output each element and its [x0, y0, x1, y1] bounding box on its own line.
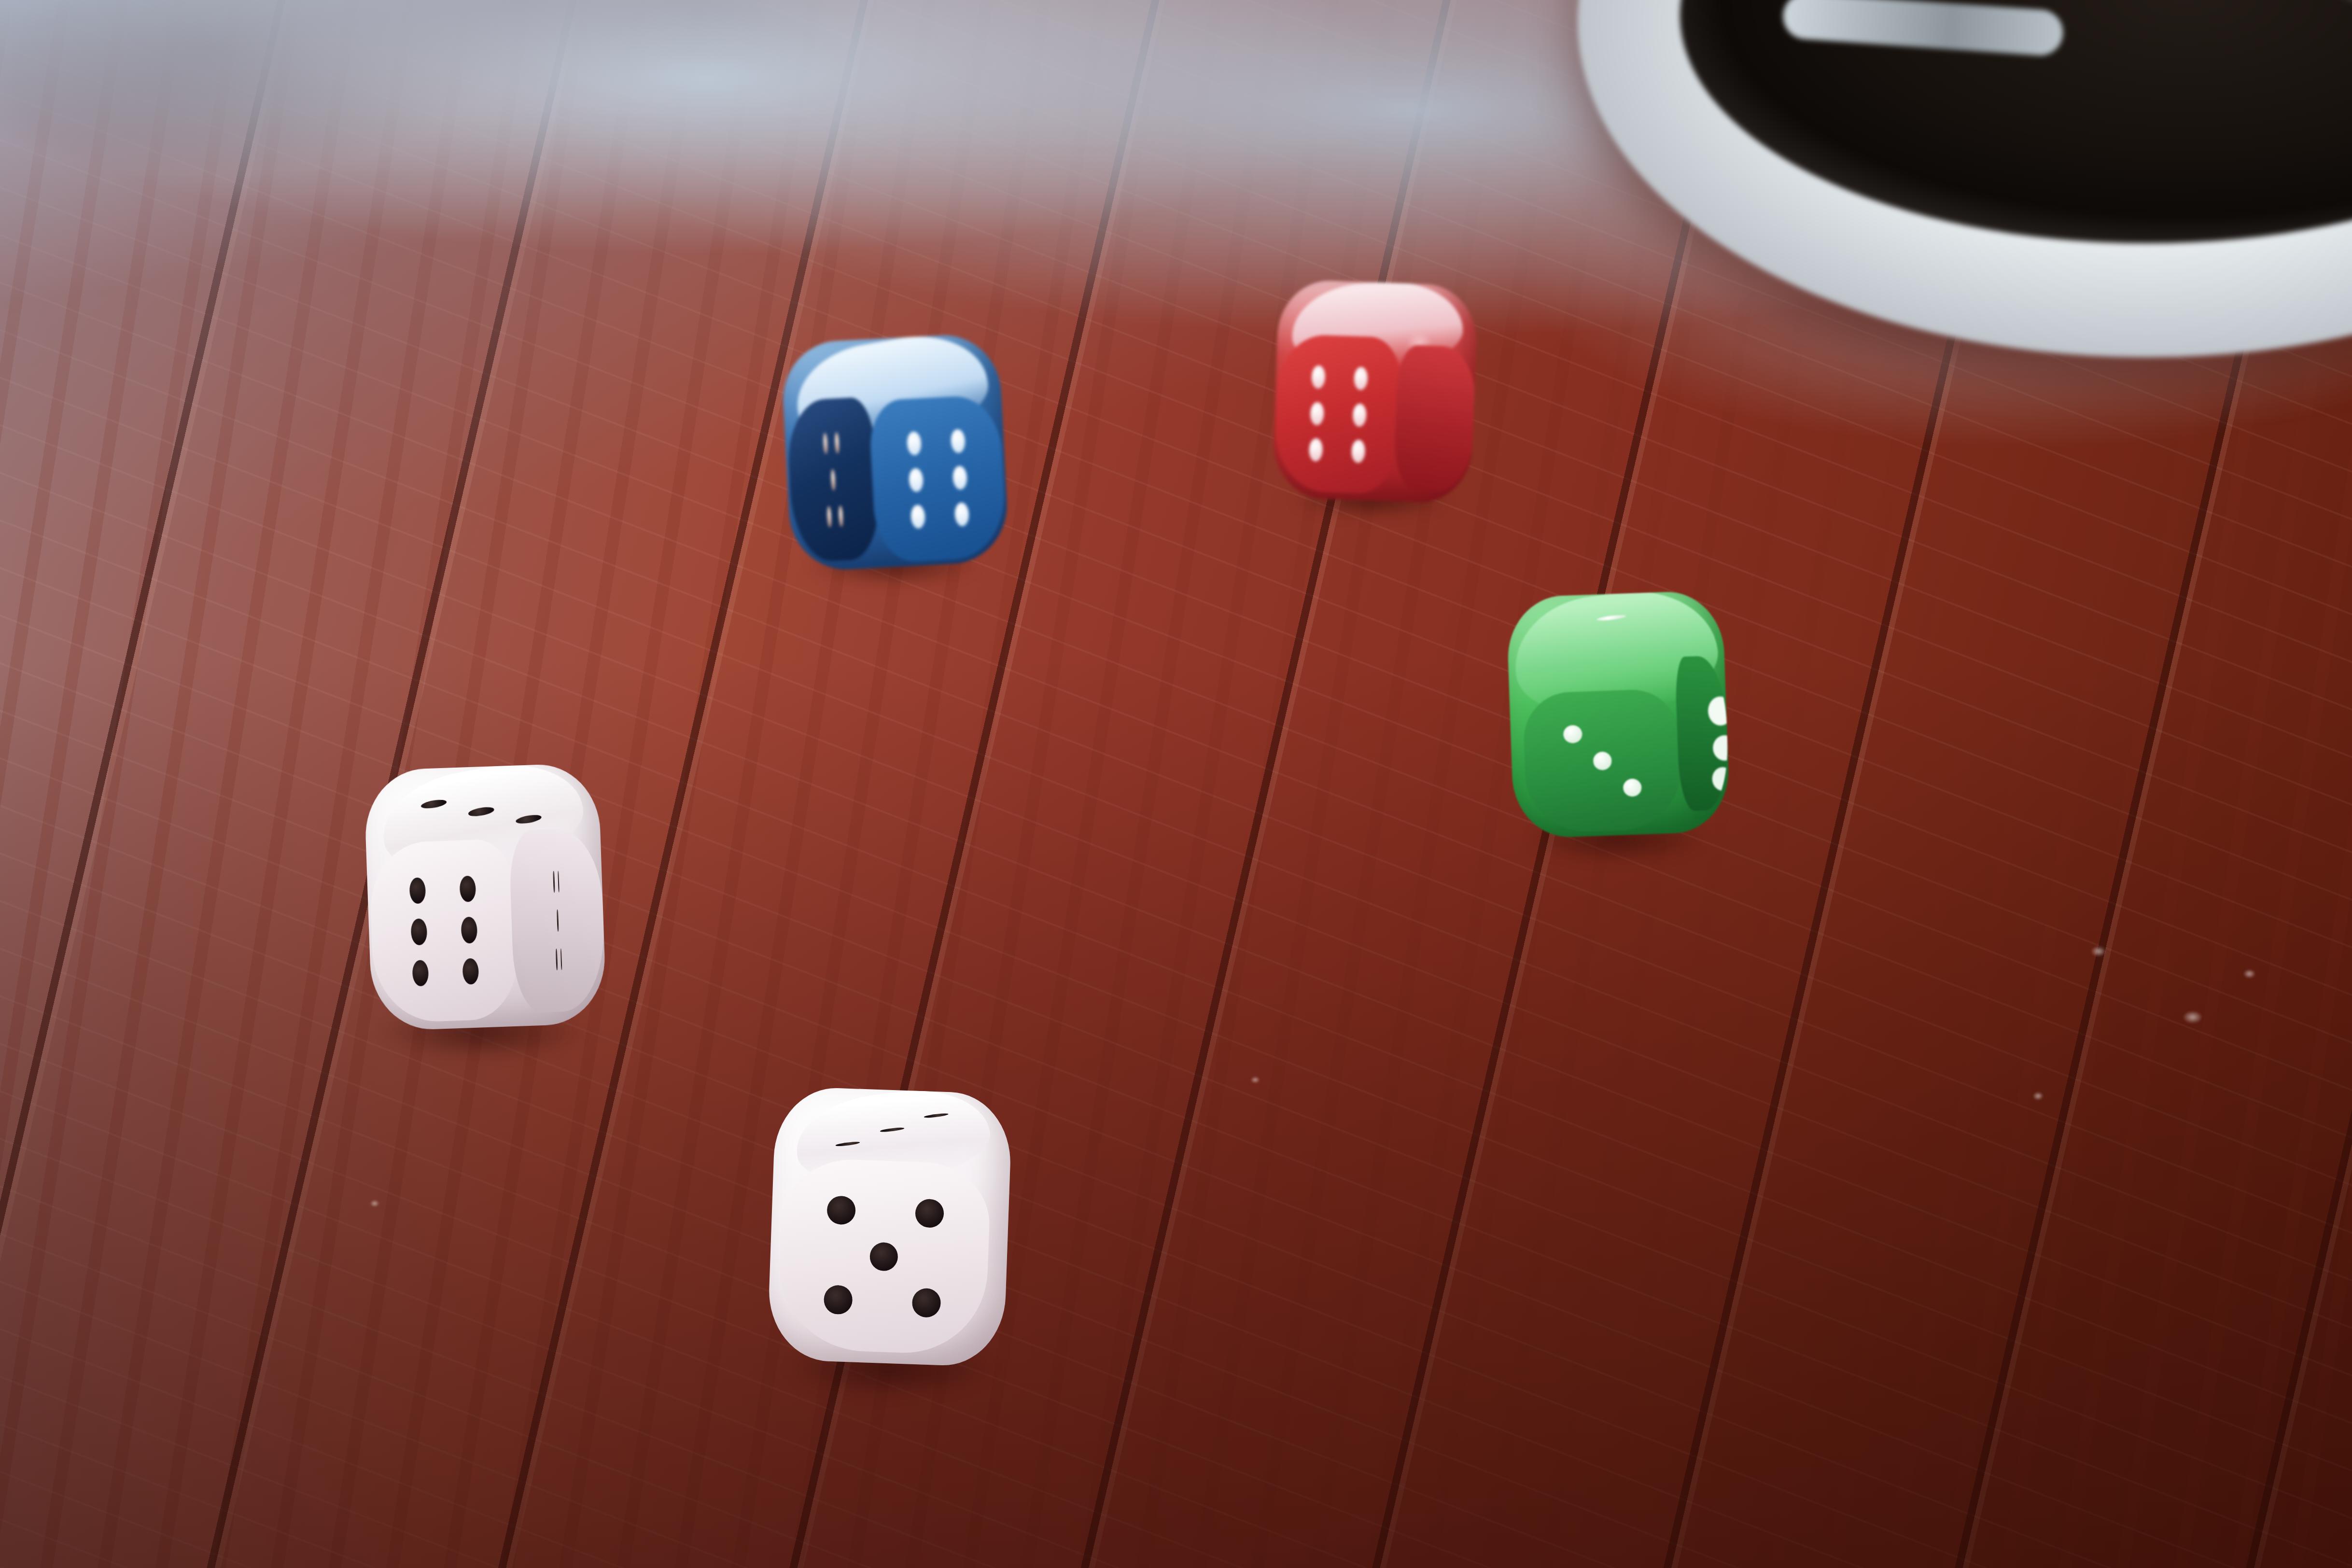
pip — [823, 433, 828, 454]
pip — [1310, 402, 1324, 425]
pip — [915, 1199, 944, 1228]
saucer-well — [1680, 0, 2352, 243]
pip — [515, 814, 542, 826]
water-droplet — [370, 1200, 381, 1209]
pip — [952, 465, 967, 490]
pip — [462, 958, 479, 985]
pip — [468, 806, 495, 818]
pip — [907, 431, 922, 455]
pip — [909, 468, 924, 492]
pip — [869, 1242, 899, 1271]
die-blue-front-face — [868, 394, 1008, 563]
die-red-front-face — [1274, 334, 1403, 495]
pip — [835, 1141, 860, 1147]
pip — [838, 505, 843, 527]
pip — [412, 960, 429, 987]
die-white-bottom-front-face — [777, 1157, 992, 1356]
pip — [1311, 365, 1326, 389]
water-droplet — [2090, 946, 2110, 960]
die-green — [1506, 590, 1730, 839]
pip — [558, 870, 560, 892]
pip — [411, 918, 428, 945]
pip — [1436, 384, 1437, 399]
water-droplet — [2243, 969, 2258, 981]
pip — [826, 506, 832, 527]
pip — [1593, 752, 1612, 770]
pip — [912, 1288, 941, 1317]
pip — [1434, 439, 1435, 454]
pip — [910, 504, 925, 529]
metal-highlight — [2203, 0, 2352, 70]
die-white-left — [364, 763, 607, 1032]
die-green-right-face — [1675, 655, 1730, 811]
pip — [409, 877, 426, 904]
die-green-front-face — [1522, 688, 1682, 834]
pip — [459, 876, 476, 903]
water-droplet — [2032, 1092, 2046, 1103]
pip — [461, 917, 477, 944]
pip — [556, 949, 558, 970]
pip — [834, 432, 840, 453]
pip — [924, 1112, 949, 1119]
pip — [1309, 438, 1323, 462]
pip — [827, 1195, 856, 1225]
pip — [1354, 367, 1368, 391]
die-red — [1272, 279, 1478, 504]
pip — [880, 1126, 905, 1133]
die-white-left-front-face — [368, 839, 520, 1023]
pip — [830, 469, 836, 490]
water-droplet — [1250, 1077, 1262, 1085]
die-white-left-right-face — [509, 828, 607, 1013]
pip — [954, 502, 969, 526]
pip — [1351, 439, 1366, 463]
pip — [420, 798, 447, 810]
die-blue-left-face — [785, 396, 881, 563]
pip — [560, 949, 562, 970]
pip — [1623, 779, 1641, 797]
die-red-right-face — [1393, 344, 1478, 493]
pip — [1563, 725, 1582, 743]
spoon-shaft — [1782, 0, 2065, 56]
photo-scene: Five rounded-corner six-sided dice scatt… — [0, 0, 2352, 1568]
pip — [824, 1285, 853, 1315]
water-droplet — [2182, 1011, 2207, 1027]
die-blue — [780, 332, 1010, 572]
die-white-bottom — [767, 1086, 1012, 1368]
pip — [557, 910, 559, 931]
pip — [950, 429, 965, 453]
pip — [1352, 403, 1367, 427]
pip — [1597, 614, 1627, 621]
pip — [553, 871, 555, 893]
